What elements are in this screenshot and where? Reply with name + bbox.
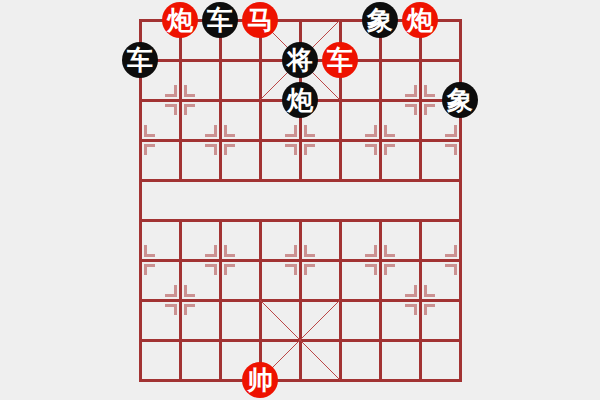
point-1-6[interactable] bbox=[160, 240, 200, 280]
point-2-2[interactable] bbox=[200, 80, 240, 120]
point-6-5[interactable] bbox=[360, 200, 400, 240]
point-3-9[interactable]: 帅 bbox=[240, 360, 280, 400]
point-0-2[interactable] bbox=[120, 80, 160, 120]
point-3-8[interactable] bbox=[240, 320, 280, 360]
point-5-0[interactable] bbox=[320, 0, 360, 40]
point-5-7[interactable] bbox=[320, 280, 360, 320]
point-2-9[interactable] bbox=[200, 360, 240, 400]
point-5-9[interactable] bbox=[320, 360, 360, 400]
point-6-1[interactable] bbox=[360, 40, 400, 80]
point-8-1[interactable] bbox=[440, 40, 480, 80]
point-6-0[interactable]: 象 bbox=[360, 0, 400, 40]
point-3-5[interactable] bbox=[240, 200, 280, 240]
piece-black-general[interactable]: 将 bbox=[282, 42, 318, 78]
point-3-7[interactable] bbox=[240, 280, 280, 320]
point-0-1[interactable]: 车 bbox=[120, 40, 160, 80]
point-1-0[interactable]: 炮 bbox=[160, 0, 200, 40]
piece-red-horse[interactable]: 马 bbox=[242, 2, 278, 38]
point-1-5[interactable] bbox=[160, 200, 200, 240]
point-4-7[interactable] bbox=[280, 280, 320, 320]
point-7-2[interactable] bbox=[400, 80, 440, 120]
point-5-5[interactable] bbox=[320, 200, 360, 240]
piece-red-cannon[interactable]: 炮 bbox=[402, 2, 438, 38]
point-5-6[interactable] bbox=[320, 240, 360, 280]
point-8-7[interactable] bbox=[440, 280, 480, 320]
piece-black-elephant[interactable]: 象 bbox=[442, 82, 478, 118]
point-1-4[interactable] bbox=[160, 160, 200, 200]
point-2-7[interactable] bbox=[200, 280, 240, 320]
point-1-1[interactable] bbox=[160, 40, 200, 80]
piece-black-chariot[interactable]: 车 bbox=[122, 42, 158, 78]
point-0-5[interactable] bbox=[120, 200, 160, 240]
point-4-6[interactable] bbox=[280, 240, 320, 280]
point-5-1[interactable]: 车 bbox=[320, 40, 360, 80]
point-0-7[interactable] bbox=[120, 280, 160, 320]
point-8-0[interactable] bbox=[440, 0, 480, 40]
point-2-3[interactable] bbox=[200, 120, 240, 160]
point-4-5[interactable] bbox=[280, 200, 320, 240]
point-7-4[interactable] bbox=[400, 160, 440, 200]
point-8-5[interactable] bbox=[440, 200, 480, 240]
point-0-8[interactable] bbox=[120, 320, 160, 360]
point-1-8[interactable] bbox=[160, 320, 200, 360]
piece-red-chariot[interactable]: 车 bbox=[322, 42, 358, 78]
point-2-1[interactable] bbox=[200, 40, 240, 80]
point-7-9[interactable] bbox=[400, 360, 440, 400]
point-4-3[interactable] bbox=[280, 120, 320, 160]
point-4-9[interactable] bbox=[280, 360, 320, 400]
point-8-8[interactable] bbox=[440, 320, 480, 360]
point-0-3[interactable] bbox=[120, 120, 160, 160]
point-7-8[interactable] bbox=[400, 320, 440, 360]
point-2-6[interactable] bbox=[200, 240, 240, 280]
piece-red-cannon[interactable]: 炮 bbox=[162, 2, 198, 38]
point-1-3[interactable] bbox=[160, 120, 200, 160]
point-7-6[interactable] bbox=[400, 240, 440, 280]
point-8-6[interactable] bbox=[440, 240, 480, 280]
xiangqi-board: 炮车马象炮车将车炮象帅 bbox=[0, 0, 600, 400]
point-7-5[interactable] bbox=[400, 200, 440, 240]
point-7-3[interactable] bbox=[400, 120, 440, 160]
point-3-0[interactable]: 马 bbox=[240, 0, 280, 40]
point-7-7[interactable] bbox=[400, 280, 440, 320]
point-2-0[interactable]: 车 bbox=[200, 0, 240, 40]
point-4-2[interactable]: 炮 bbox=[280, 80, 320, 120]
piece-black-chariot[interactable]: 车 bbox=[202, 2, 238, 38]
point-3-6[interactable] bbox=[240, 240, 280, 280]
point-4-8[interactable] bbox=[280, 320, 320, 360]
point-8-2[interactable]: 象 bbox=[440, 80, 480, 120]
point-4-4[interactable] bbox=[280, 160, 320, 200]
point-6-8[interactable] bbox=[360, 320, 400, 360]
point-6-9[interactable] bbox=[360, 360, 400, 400]
point-3-4[interactable] bbox=[240, 160, 280, 200]
point-6-6[interactable] bbox=[360, 240, 400, 280]
point-3-3[interactable] bbox=[240, 120, 280, 160]
point-7-0[interactable]: 炮 bbox=[400, 0, 440, 40]
point-6-2[interactable] bbox=[360, 80, 400, 120]
point-3-2[interactable] bbox=[240, 80, 280, 120]
point-1-7[interactable] bbox=[160, 280, 200, 320]
point-1-9[interactable] bbox=[160, 360, 200, 400]
point-3-1[interactable] bbox=[240, 40, 280, 80]
point-0-6[interactable] bbox=[120, 240, 160, 280]
point-5-8[interactable] bbox=[320, 320, 360, 360]
point-8-9[interactable] bbox=[440, 360, 480, 400]
piece-black-elephant[interactable]: 象 bbox=[362, 2, 398, 38]
point-1-2[interactable] bbox=[160, 80, 200, 120]
point-7-1[interactable] bbox=[400, 40, 440, 80]
point-4-1[interactable]: 将 bbox=[280, 40, 320, 80]
piece-black-cannon[interactable]: 炮 bbox=[282, 82, 318, 118]
point-5-3[interactable] bbox=[320, 120, 360, 160]
point-6-3[interactable] bbox=[360, 120, 400, 160]
point-8-4[interactable] bbox=[440, 160, 480, 200]
point-0-9[interactable] bbox=[120, 360, 160, 400]
point-2-8[interactable] bbox=[200, 320, 240, 360]
point-0-4[interactable] bbox=[120, 160, 160, 200]
point-6-7[interactable] bbox=[360, 280, 400, 320]
point-5-2[interactable] bbox=[320, 80, 360, 120]
point-2-4[interactable] bbox=[200, 160, 240, 200]
point-2-5[interactable] bbox=[200, 200, 240, 240]
point-5-4[interactable] bbox=[320, 160, 360, 200]
point-6-4[interactable] bbox=[360, 160, 400, 200]
piece-red-general[interactable]: 帅 bbox=[242, 362, 278, 398]
point-0-0[interactable] bbox=[120, 0, 160, 40]
point-4-0[interactable] bbox=[280, 0, 320, 40]
point-8-3[interactable] bbox=[440, 120, 480, 160]
board-points-grid: 炮车马象炮车将车炮象帅 bbox=[120, 0, 480, 400]
